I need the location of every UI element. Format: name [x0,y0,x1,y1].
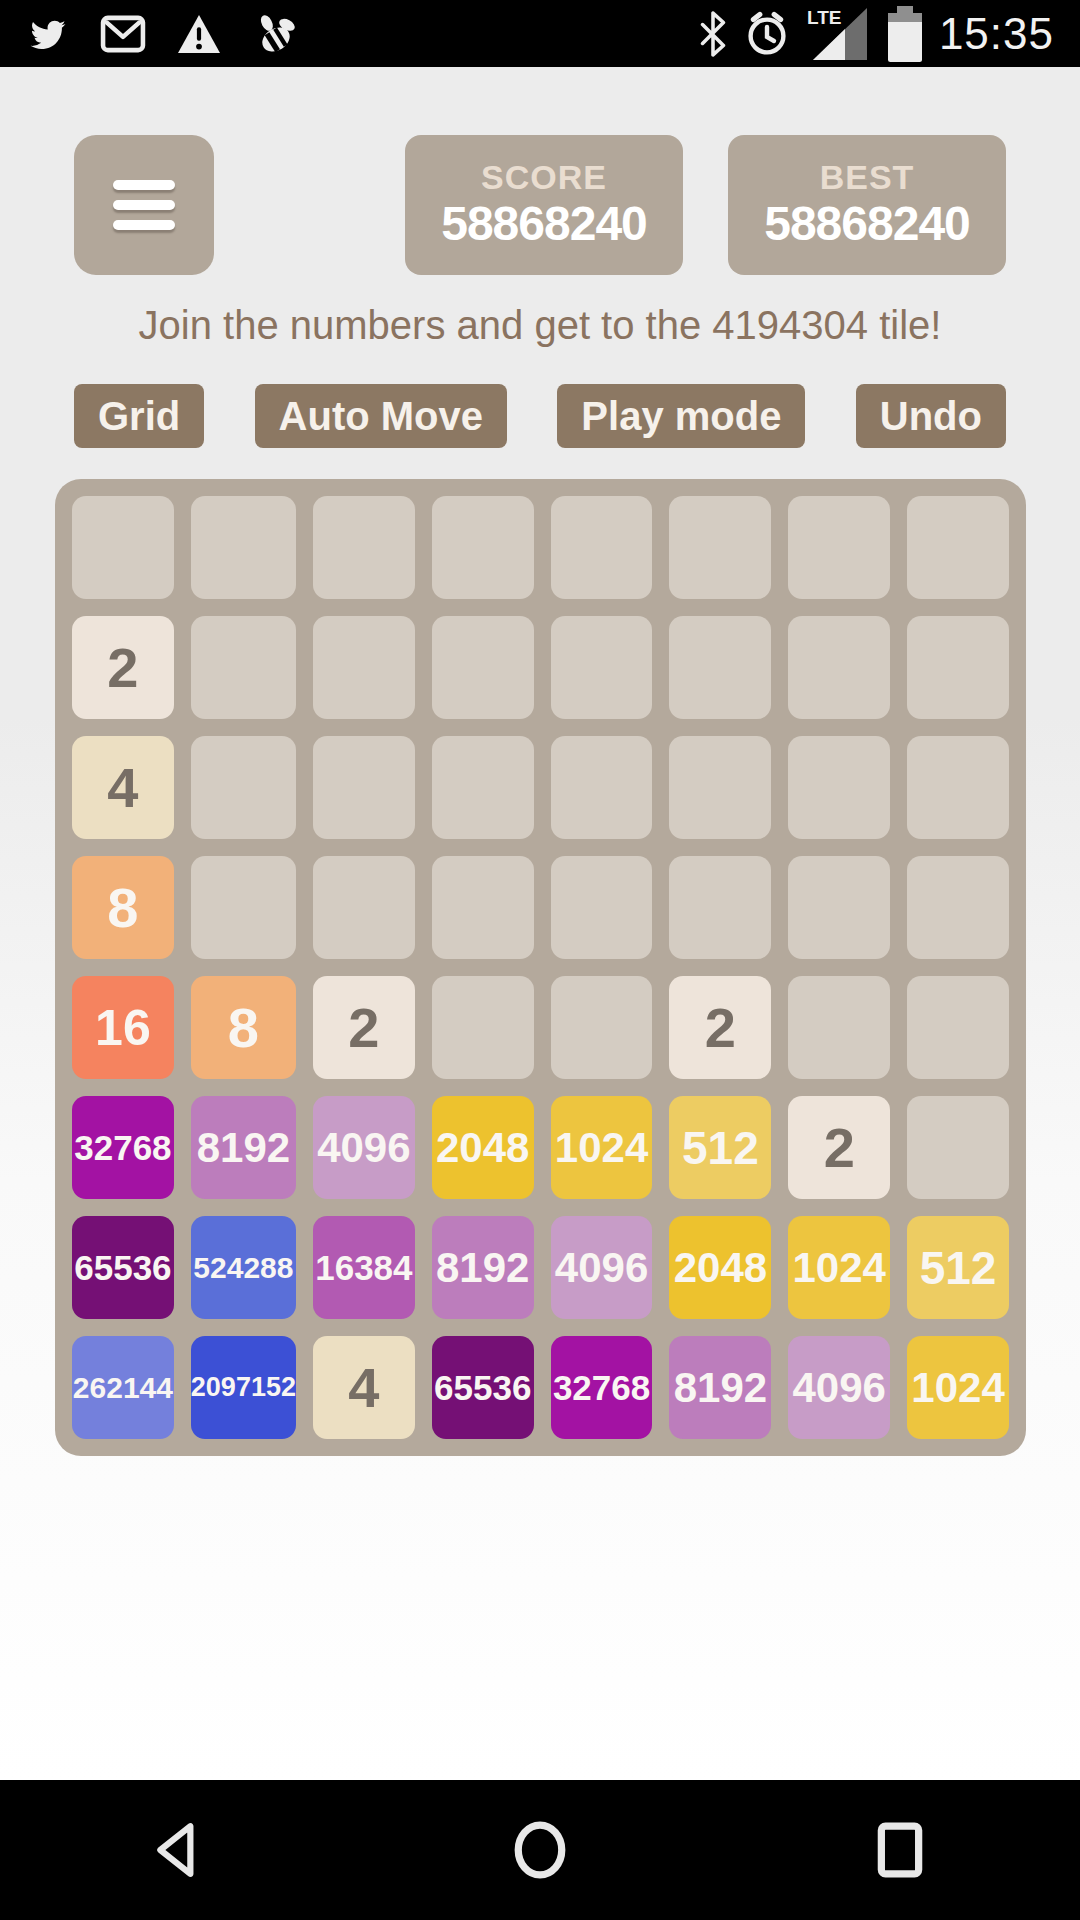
empty-cell [907,856,1009,959]
tile-65536: 65536 [432,1336,534,1439]
empty-cell [788,976,890,1079]
tile-1024: 1024 [551,1096,653,1199]
play-mode-button[interactable]: Play mode [557,384,805,448]
empty-cell [788,736,890,839]
empty-cell [313,496,415,599]
tile-8: 8 [72,856,174,959]
empty-cell [432,976,534,1079]
empty-cell [313,736,415,839]
empty-cell [669,736,771,839]
tile-8: 8 [191,976,296,1079]
home-icon [511,1821,569,1879]
gmail-icon [100,15,146,53]
back-button[interactable] [0,1821,360,1879]
tile-4096: 4096 [788,1336,890,1439]
empty-cell [432,496,534,599]
tile-16384: 16384 [313,1216,415,1319]
tile-4096: 4096 [551,1216,653,1319]
tile-2: 2 [72,616,174,719]
grid-button[interactable]: Grid [74,384,204,448]
tile-4: 4 [313,1336,415,1439]
tile-8192: 8192 [432,1216,534,1319]
best-box: BEST 58868240 [728,135,1006,275]
score-box: SCORE 58868240 [405,135,683,275]
empty-cell [907,496,1009,599]
tile-512: 512 [907,1216,1009,1319]
best-value: 58868240 [764,196,970,251]
header: SCORE 58868240 BEST 58868240 [0,135,1080,275]
tile-16: 16 [72,976,174,1079]
empty-cell [432,616,534,719]
tile-2048: 2048 [432,1096,534,1199]
tile-2097152: 2097152 [191,1336,296,1439]
tile-2: 2 [669,976,771,1079]
empty-cell [907,736,1009,839]
recents-button[interactable] [720,1821,1080,1879]
hamburger-icon [113,180,175,190]
game-board[interactable]: 2481682232768819240962048102451226553652… [55,479,1026,1456]
empty-cell [788,856,890,959]
empty-cell [72,496,174,599]
tile-65536: 65536 [72,1216,174,1319]
battery-icon [887,6,923,62]
empty-cell [191,496,296,599]
notification-icons [26,13,300,55]
empty-cell [669,496,771,599]
score-label: SCORE [481,159,607,196]
twitter-icon [26,14,70,54]
tile-1024: 1024 [907,1336,1009,1439]
best-label: BEST [820,159,915,196]
empty-cell [669,616,771,719]
alarm-icon [743,10,791,58]
home-button[interactable] [360,1821,720,1879]
tile-2: 2 [788,1096,890,1199]
android-nav-bar [0,1780,1080,1920]
auto-move-button[interactable]: Auto Move [255,384,507,448]
bluetooth-icon [699,11,727,57]
tile-32768: 32768 [551,1336,653,1439]
empty-cell [551,496,653,599]
goal-text: Join the numbers and get to the 4194304 … [0,303,1080,348]
empty-cell [551,736,653,839]
tile-32768: 32768 [72,1096,174,1199]
empty-cell [432,856,534,959]
game-screen: SCORE 58868240 BEST 58868240 Join the nu… [0,67,1080,1780]
tile-262144: 262144 [72,1336,174,1439]
empty-cell [669,856,771,959]
empty-cell [191,616,296,719]
system-status-icons: LTE 15:35 [699,6,1054,62]
empty-cell [191,736,296,839]
tile-524288: 524288 [191,1216,296,1319]
tile-4096: 4096 [313,1096,415,1199]
empty-cell [551,856,653,959]
empty-cell [313,856,415,959]
score-value: 58868240 [441,196,647,251]
swarm-bee-icon [252,13,300,55]
warning-icon [176,13,222,55]
tile-1024: 1024 [788,1216,890,1319]
empty-cell [907,616,1009,719]
lte-signal-icon: LTE [807,6,871,62]
empty-cell [788,496,890,599]
tile-4: 4 [72,736,174,839]
clock-time: 15:35 [939,9,1054,59]
tile-2: 2 [313,976,415,1079]
tile-2048: 2048 [669,1216,771,1319]
recents-icon [871,1821,929,1879]
menu-button[interactable] [74,135,214,275]
undo-button[interactable]: Undo [856,384,1006,448]
tile-8192: 8192 [191,1096,296,1199]
empty-cell [551,616,653,719]
empty-cell [907,1096,1009,1199]
empty-cell [907,976,1009,1079]
empty-cell [313,616,415,719]
tile-512: 512 [669,1096,771,1199]
empty-cell [788,616,890,719]
empty-cell [191,856,296,959]
lte-label: LTE [807,7,841,28]
status-bar: LTE 15:35 [0,0,1080,67]
empty-cell [432,736,534,839]
back-icon [151,1821,209,1879]
empty-cell [551,976,653,1079]
toolbar: Grid Auto Move Play mode Undo [0,384,1080,448]
tile-8192: 8192 [669,1336,771,1439]
